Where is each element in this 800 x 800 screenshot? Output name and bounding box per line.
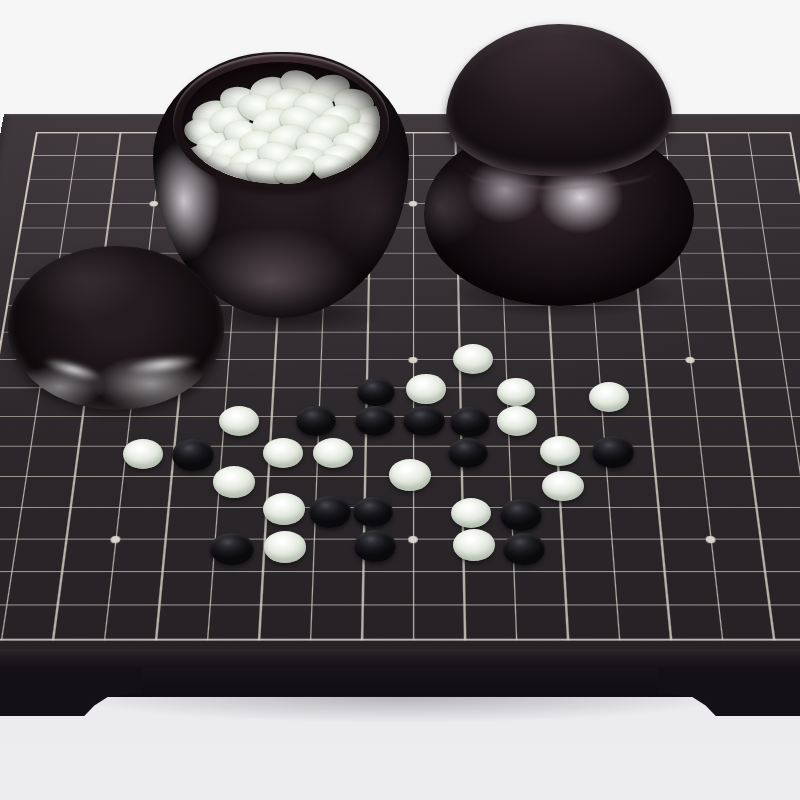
black-go-stone bbox=[403, 406, 444, 437]
white-go-stone bbox=[213, 466, 255, 498]
white-go-stone bbox=[389, 459, 431, 491]
white-go-stone bbox=[264, 531, 306, 562]
upturned-lid-body bbox=[8, 246, 224, 410]
black-go-stone bbox=[503, 533, 545, 564]
white-go-stone bbox=[263, 438, 303, 468]
white-go-stone bbox=[453, 529, 496, 561]
white-go-stone bbox=[123, 439, 163, 469]
white-go-stone bbox=[451, 498, 492, 529]
white-go-stone bbox=[589, 382, 630, 412]
black-go-stone bbox=[500, 499, 543, 531]
white-go-stone bbox=[542, 471, 583, 502]
black-go-stone bbox=[210, 533, 254, 566]
upturned-lid bbox=[8, 246, 224, 410]
black-go-stone bbox=[357, 378, 395, 407]
black-go-stone bbox=[355, 406, 395, 436]
black-go-stone bbox=[353, 497, 394, 528]
black-go-stone bbox=[296, 406, 335, 435]
white-go-stone bbox=[453, 344, 493, 374]
white-go-stone bbox=[313, 438, 354, 468]
white-go-stone bbox=[406, 374, 445, 404]
go-set-photo bbox=[0, 0, 800, 800]
black-go-stone bbox=[592, 436, 634, 467]
black-go-stone bbox=[450, 407, 489, 436]
black-go-stone bbox=[309, 496, 351, 527]
white-go-stone bbox=[540, 436, 580, 466]
white-go-stone bbox=[497, 378, 535, 407]
closed-bowl bbox=[424, 24, 694, 304]
black-go-stone bbox=[448, 438, 489, 468]
white-go-stone bbox=[263, 493, 306, 525]
white-go-stone bbox=[497, 406, 537, 436]
open-bowl-white-stones bbox=[182, 62, 380, 184]
white-go-stone bbox=[219, 406, 259, 436]
closed-bowl-lid-seam bbox=[464, 152, 654, 189]
black-go-stone bbox=[172, 439, 214, 470]
bowl-opening-shading bbox=[182, 62, 380, 184]
black-go-stone bbox=[354, 530, 397, 562]
